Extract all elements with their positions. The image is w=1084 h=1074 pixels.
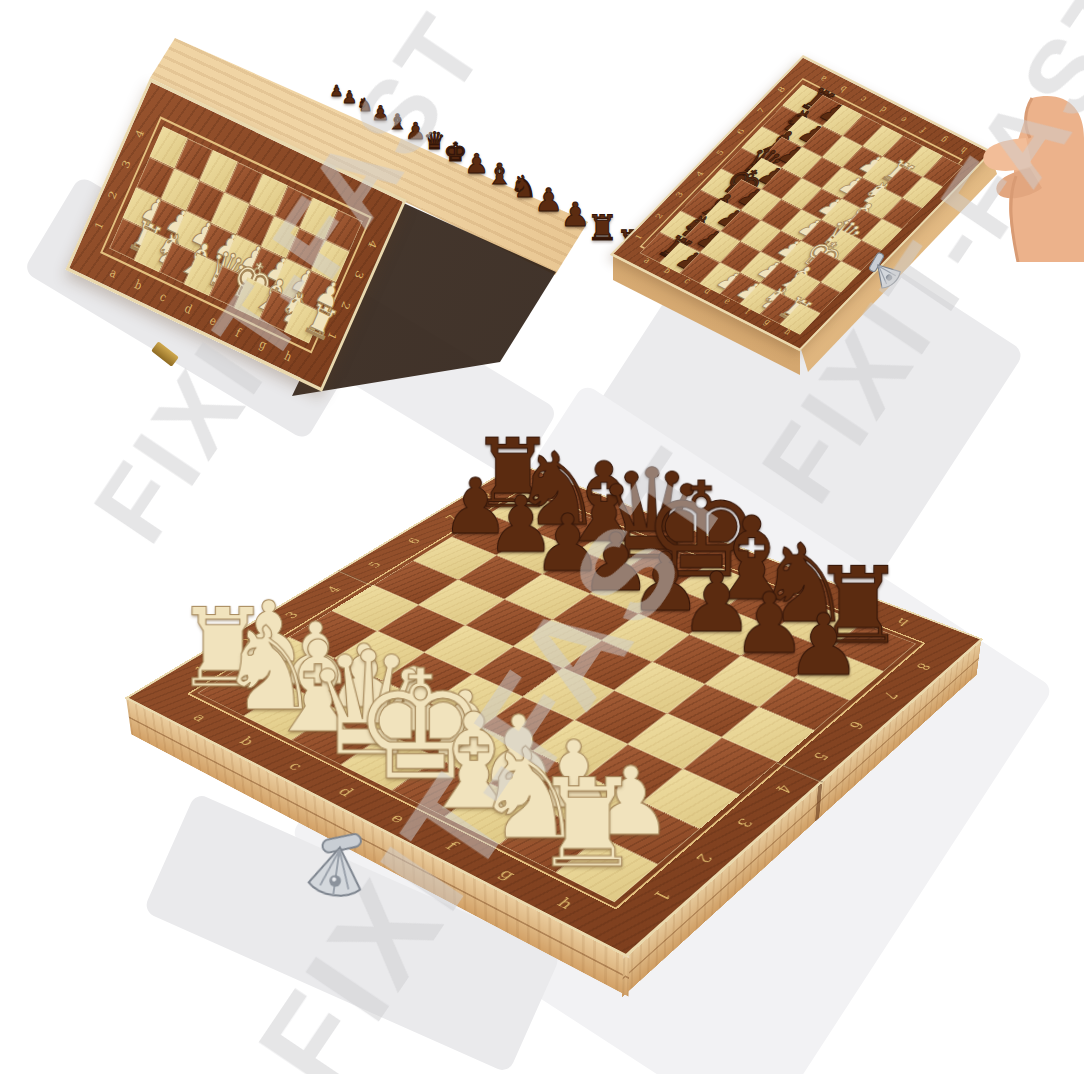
black-chess-piece: ♞	[510, 173, 537, 203]
black-chess-piece: ♟	[465, 150, 489, 177]
coordinate-label: 7	[418, 502, 485, 534]
black-chess-piece: ♝	[487, 160, 513, 189]
black-chess-piece: ♟	[342, 89, 357, 106]
black-chess-piece: ♟	[371, 103, 389, 123]
coordinate-label: 1	[165, 650, 239, 690]
black-chess-piece: ♟	[534, 184, 563, 216]
black-chess-piece: ♞	[356, 96, 372, 114]
black-chess-piece: ♜	[587, 211, 618, 246]
square	[759, 678, 850, 731]
product-photo-stage: ♟♟♞♟♝♟♛♚♟♝♞♟♟♜♜ ♟♟♟♟♟♟♟♟♜♞♝♛♚♝♞♜abcdefgh…	[0, 0, 1084, 1074]
black-chess-piece: ♟	[560, 198, 590, 231]
black-chess-piece: ♟	[405, 119, 426, 142]
black-chess-piece: ♚	[443, 139, 466, 165]
metal-clasp-icon	[293, 823, 381, 913]
black-chess-piece: ♛	[424, 129, 446, 153]
hand	[974, 92, 1084, 262]
black-chess-piece: ♝	[388, 111, 407, 132]
